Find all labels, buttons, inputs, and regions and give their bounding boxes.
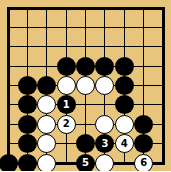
black-stone	[115, 95, 134, 114]
black-stone	[76, 57, 95, 76]
white-stone	[95, 115, 114, 134]
white-stone	[115, 115, 134, 134]
black-stone-move-1: 1	[57, 95, 76, 114]
go-diagram: 123456	[0, 0, 171, 171]
black-stone	[18, 115, 37, 134]
white-stone-move-2: 2	[57, 115, 76, 134]
black-stone	[115, 57, 134, 76]
black-stone	[18, 134, 37, 153]
board-edge-line	[162, 7, 165, 165]
white-stone	[37, 115, 56, 134]
black-stone	[18, 95, 37, 114]
white-stone	[95, 76, 114, 95]
black-stone	[115, 76, 134, 95]
black-stone	[95, 57, 114, 76]
black-stone	[57, 57, 76, 76]
white-stone	[37, 95, 56, 114]
black-stone	[76, 134, 95, 153]
black-stone	[134, 115, 153, 134]
white-stone	[37, 134, 56, 153]
black-stone	[37, 76, 56, 95]
black-stone	[134, 134, 153, 153]
white-stone	[76, 76, 95, 95]
go-board: 123456	[0, 0, 171, 171]
white-stone-move-4: 4	[115, 134, 134, 153]
white-stone	[57, 76, 76, 95]
black-stone-move-5: 5	[76, 154, 95, 172]
white-stone	[95, 154, 114, 172]
black-stone	[0, 154, 18, 172]
white-stone	[37, 154, 56, 172]
black-stone-move-3: 3	[95, 134, 114, 153]
black-stone	[18, 154, 37, 172]
black-stone	[18, 76, 37, 95]
white-stone-move-6: 6	[134, 154, 153, 172]
